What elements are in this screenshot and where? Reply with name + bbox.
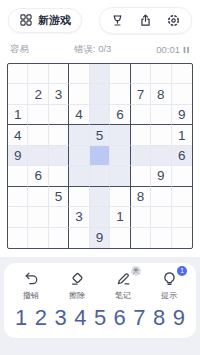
cell-r2c6[interactable] [110, 84, 130, 104]
pause-button[interactable] [183, 46, 190, 54]
cell-r5c1[interactable]: 9 [8, 146, 28, 166]
cell-r6c1[interactable] [8, 166, 28, 186]
cell-r4c8[interactable] [151, 125, 171, 145]
cell-r1c9[interactable] [172, 64, 192, 84]
toolbar: 撤销 擦除 笔记 关 提示 1 [8, 270, 192, 301]
cell-r8c6[interactable]: 1 [110, 207, 130, 227]
cell-r7c2[interactable] [28, 187, 48, 207]
cell-r9c1[interactable] [8, 228, 28, 248]
notes-button[interactable]: 笔记 关 [102, 270, 144, 301]
hint-count-badge: 1 [177, 266, 187, 276]
cell-r3c9[interactable]: 9 [172, 105, 192, 125]
cell-r5c4[interactable] [69, 146, 89, 166]
cell-r5c9[interactable]: 6 [172, 146, 192, 166]
numpad-7[interactable]: 7 [133, 305, 145, 331]
cell-r7c1[interactable] [8, 187, 28, 207]
cell-r8c2[interactable] [28, 207, 48, 227]
cell-r3c6[interactable]: 6 [110, 105, 130, 125]
cell-r4c7[interactable] [131, 125, 151, 145]
numpad: 123456789 [8, 301, 192, 331]
cell-r8c9[interactable] [172, 207, 192, 227]
cell-r2c9[interactable] [172, 84, 192, 104]
cell-r6c6[interactable] [110, 166, 130, 186]
cell-r5c7[interactable] [131, 146, 151, 166]
cell-r8c1[interactable] [8, 207, 28, 227]
cell-r3c4[interactable]: 4 [69, 105, 89, 125]
cell-r7c5[interactable] [90, 187, 110, 207]
settings-button[interactable] [166, 13, 181, 28]
numpad-5[interactable]: 5 [94, 305, 106, 331]
cell-r3c5[interactable] [90, 105, 110, 125]
cell-r7c7[interactable]: 8 [131, 187, 151, 207]
mistakes-label: 错误: 0/3 [74, 43, 112, 56]
cell-r6c9[interactable] [172, 166, 192, 186]
topbar-actions [99, 7, 192, 34]
lightbulb-icon [161, 270, 178, 287]
cell-r2c7[interactable]: 7 [131, 84, 151, 104]
share-icon [138, 13, 153, 28]
numpad-9[interactable]: 9 [173, 305, 185, 331]
cell-r5c6[interactable] [110, 146, 130, 166]
cell-r2c5[interactable] [90, 84, 110, 104]
cell-r4c5[interactable]: 5 [90, 125, 110, 145]
cell-r3c3[interactable] [49, 105, 69, 125]
cell-r3c2[interactable] [28, 105, 48, 125]
timer: 00:01 [156, 44, 190, 55]
cell-r2c2[interactable]: 2 [28, 84, 48, 104]
cell-r7c3[interactable]: 5 [49, 187, 69, 207]
cell-r6c7[interactable] [131, 166, 151, 186]
cell-r9c5[interactable]: 9 [90, 228, 110, 248]
cell-r1c2[interactable] [28, 64, 48, 84]
trophy-icon [110, 13, 125, 28]
sudoku-board[interactable]: 23781469451966958319 [7, 63, 193, 249]
cell-r9c2[interactable] [28, 228, 48, 248]
grid-icon [19, 13, 33, 27]
status-row: 容易 错误: 0/3 00:01 [0, 41, 200, 58]
cell-r1c7[interactable] [131, 64, 151, 84]
cell-r2c1[interactable] [8, 84, 28, 104]
cell-r6c3[interactable] [49, 166, 69, 186]
undo-icon [23, 270, 40, 287]
cell-r6c5[interactable] [90, 166, 110, 186]
cell-r8c5[interactable] [90, 207, 110, 227]
undo-label: 撤销 [23, 290, 39, 301]
top-section: 新游戏 [0, 0, 200, 257]
cell-r8c4[interactable]: 3 [69, 207, 89, 227]
cell-r3c7[interactable] [131, 105, 151, 125]
cell-r6c2[interactable]: 6 [28, 166, 48, 186]
cell-r4c2[interactable] [28, 125, 48, 145]
cell-r8c8[interactable] [151, 207, 171, 227]
cell-r1c3[interactable] [49, 64, 69, 84]
erase-button[interactable]: 擦除 [56, 270, 98, 301]
numpad-3[interactable]: 3 [54, 305, 66, 331]
topbar: 新游戏 [0, 0, 200, 40]
hint-button[interactable]: 提示 1 [148, 270, 190, 301]
hint-label: 提示 [161, 290, 177, 301]
settings-icon [166, 13, 181, 28]
cell-r9c4[interactable] [69, 228, 89, 248]
numpad-6[interactable]: 6 [114, 305, 126, 331]
cell-r5c3[interactable] [49, 146, 69, 166]
new-game-label: 新游戏 [38, 13, 71, 28]
numpad-2[interactable]: 2 [35, 305, 47, 331]
pencil-icon [115, 270, 132, 287]
erase-label: 擦除 [69, 290, 85, 301]
cell-r1c4[interactable] [69, 64, 89, 84]
undo-button[interactable]: 撤销 [10, 270, 52, 301]
cell-r9c7[interactable] [131, 228, 151, 248]
cell-r7c9[interactable] [172, 187, 192, 207]
cell-r1c8[interactable] [151, 64, 171, 84]
share-button[interactable] [138, 13, 153, 28]
timer-label: 00:01 [156, 44, 180, 55]
numpad-4[interactable]: 4 [74, 305, 86, 331]
cell-r6c4[interactable] [69, 166, 89, 186]
cell-r4c1[interactable]: 4 [8, 125, 28, 145]
cell-r5c2[interactable] [28, 146, 48, 166]
cell-r7c8[interactable] [151, 187, 171, 207]
bottom-card: 撤销 擦除 笔记 关 提示 1 123456789 [4, 263, 196, 338]
cell-r7c6[interactable] [110, 187, 130, 207]
eraser-icon [69, 270, 86, 287]
cell-r9c3[interactable] [49, 228, 69, 248]
cell-r5c5[interactable] [90, 146, 110, 166]
cell-r5c8[interactable] [151, 146, 171, 166]
cell-r2c3[interactable]: 3 [49, 84, 69, 104]
difficulty-label: 容易 [10, 43, 29, 56]
cell-r8c3[interactable] [49, 207, 69, 227]
cell-r9c8[interactable] [151, 228, 171, 248]
cell-r4c9[interactable]: 1 [172, 125, 192, 145]
cell-r2c4[interactable] [69, 84, 89, 104]
cell-r4c4[interactable] [69, 125, 89, 145]
cell-r9c6[interactable] [110, 228, 130, 248]
cell-r1c5[interactable] [90, 64, 110, 84]
cell-r1c1[interactable] [8, 64, 28, 84]
cell-r6c8[interactable]: 9 [151, 166, 171, 186]
cell-r2c8[interactable]: 8 [151, 84, 171, 104]
cell-r8c7[interactable] [131, 207, 151, 227]
cell-r3c8[interactable] [151, 105, 171, 125]
notes-label: 笔记 [115, 290, 131, 301]
new-game-button[interactable]: 新游戏 [8, 8, 82, 33]
notes-off-badge: 关 [131, 266, 142, 276]
trophy-button[interactable] [110, 13, 125, 28]
cell-r4c6[interactable] [110, 125, 130, 145]
numpad-8[interactable]: 8 [153, 305, 165, 331]
cell-r4c3[interactable] [49, 125, 69, 145]
numpad-1[interactable]: 1 [15, 305, 27, 331]
cell-r3c1[interactable]: 1 [8, 105, 28, 125]
cell-r9c9[interactable] [172, 228, 192, 248]
cell-r7c4[interactable] [69, 187, 89, 207]
cell-r1c6[interactable] [110, 64, 130, 84]
